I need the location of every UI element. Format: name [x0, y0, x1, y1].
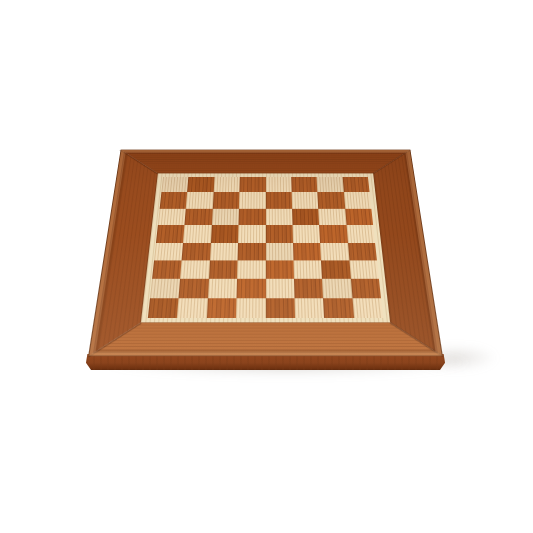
square-f5 [292, 225, 320, 242]
square-a7 [160, 192, 188, 208]
square-g3 [321, 260, 350, 279]
product-photo-chessboard [0, 0, 533, 533]
square-e8 [266, 177, 292, 193]
square-c6 [212, 209, 239, 226]
square-c8 [213, 177, 239, 193]
square-a5 [156, 225, 185, 242]
square-a4 [154, 243, 183, 261]
square-e5 [266, 225, 293, 242]
board-side-edge [86, 354, 445, 370]
square-g6 [318, 209, 346, 226]
square-d8 [239, 177, 265, 193]
square-c1 [207, 298, 237, 318]
square-g2 [322, 279, 352, 298]
square-g4 [320, 243, 349, 261]
square-f8 [291, 177, 317, 193]
square-a1 [148, 298, 179, 318]
square-b4 [182, 243, 211, 261]
square-f7 [292, 192, 319, 208]
square-h7 [344, 192, 372, 208]
square-e3 [266, 260, 294, 279]
square-b2 [179, 279, 209, 298]
square-g7 [318, 192, 345, 208]
square-h1 [352, 298, 383, 318]
square-h3 [349, 260, 379, 279]
square-b6 [185, 209, 213, 226]
chess-board [88, 150, 443, 357]
square-d4 [238, 243, 266, 261]
board-squares [148, 177, 383, 318]
square-c4 [210, 243, 238, 261]
square-b3 [180, 260, 209, 279]
square-f6 [292, 209, 319, 226]
square-b1 [177, 298, 207, 318]
square-g5 [319, 225, 347, 242]
square-f1 [294, 298, 324, 318]
square-c3 [209, 260, 238, 279]
square-d5 [238, 225, 265, 242]
square-a2 [150, 279, 180, 298]
square-a6 [158, 209, 186, 226]
square-f2 [294, 279, 323, 298]
square-h5 [346, 225, 375, 242]
square-d2 [237, 279, 266, 298]
square-h2 [351, 279, 381, 298]
square-c5 [211, 225, 239, 242]
square-e6 [266, 209, 293, 226]
square-c2 [208, 279, 237, 298]
square-e1 [266, 298, 295, 318]
square-h6 [345, 209, 373, 226]
square-g1 [323, 298, 353, 318]
square-h8 [342, 177, 369, 193]
square-e2 [266, 279, 295, 298]
square-d7 [239, 192, 265, 208]
square-a3 [152, 260, 182, 279]
square-d1 [236, 298, 265, 318]
square-d6 [239, 209, 266, 226]
square-f3 [293, 260, 322, 279]
square-f4 [293, 243, 321, 261]
square-b8 [187, 177, 214, 193]
square-h4 [348, 243, 377, 261]
square-b7 [186, 192, 213, 208]
square-d3 [237, 260, 265, 279]
square-a8 [161, 177, 188, 193]
square-c7 [213, 192, 240, 208]
square-b5 [183, 225, 211, 242]
square-g8 [317, 177, 344, 193]
square-e7 [266, 192, 292, 208]
square-e4 [266, 243, 294, 261]
